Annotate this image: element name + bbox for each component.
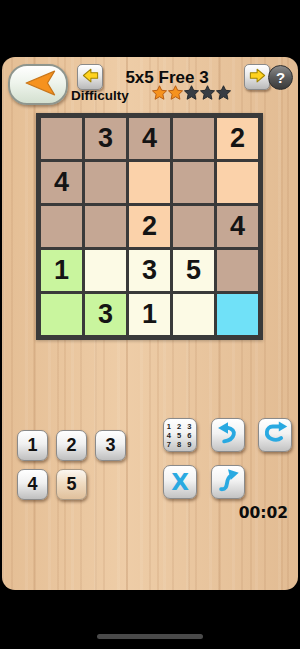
cell-r2c5[interactable] bbox=[217, 162, 258, 203]
game-panel: 5x5 Free 3 Difficulty ? 34242413531 1234… bbox=[2, 57, 298, 590]
undo-button[interactable] bbox=[211, 418, 245, 452]
redo-button[interactable] bbox=[258, 418, 292, 452]
arrow-left-icon bbox=[81, 66, 100, 89]
cell-r3c4[interactable] bbox=[173, 206, 214, 247]
cell-r4c3[interactable]: 3 bbox=[129, 250, 170, 291]
back-button[interactable] bbox=[8, 64, 68, 105]
cell-r1c2[interactable]: 3 bbox=[85, 118, 126, 159]
cell-r5c5[interactable] bbox=[217, 294, 258, 335]
cell-r3c3[interactable]: 2 bbox=[129, 206, 170, 247]
cell-r2c1[interactable]: 4 bbox=[41, 162, 82, 203]
number-button-1[interactable]: 1 bbox=[17, 430, 48, 461]
home-indicator[interactable] bbox=[97, 634, 203, 639]
cell-r4c4[interactable]: 5 bbox=[173, 250, 214, 291]
erase-button[interactable]: X bbox=[163, 465, 197, 499]
pencil-row: 7 8 9 bbox=[167, 440, 194, 449]
undo-icon bbox=[215, 420, 241, 450]
cell-r4c5[interactable] bbox=[217, 250, 258, 291]
cell-r2c3[interactable] bbox=[129, 162, 170, 203]
number-button-4[interactable]: 4 bbox=[17, 469, 48, 500]
cell-r4c1[interactable]: 1 bbox=[41, 250, 82, 291]
cell-r3c1[interactable] bbox=[41, 206, 82, 247]
arrow-right-icon bbox=[248, 66, 267, 89]
cell-r1c1[interactable] bbox=[41, 118, 82, 159]
number-button-5[interactable]: 5 bbox=[56, 469, 87, 500]
star-filled-icon bbox=[152, 85, 167, 104]
cell-r2c4[interactable] bbox=[173, 162, 214, 203]
cell-r3c2[interactable] bbox=[85, 206, 126, 247]
cell-r5c4[interactable] bbox=[173, 294, 214, 335]
redo-icon bbox=[262, 420, 288, 450]
prev-puzzle-button[interactable] bbox=[77, 64, 103, 90]
star-filled-icon bbox=[168, 85, 183, 104]
cell-r5c3[interactable]: 1 bbox=[129, 294, 170, 335]
sudoku-board: 34242413531 bbox=[36, 113, 263, 340]
difficulty-stars bbox=[152, 85, 231, 104]
cell-r4c2[interactable] bbox=[85, 250, 126, 291]
cell-r1c3[interactable]: 4 bbox=[129, 118, 170, 159]
difficulty-label: Difficulty bbox=[71, 88, 129, 103]
cell-r5c2[interactable]: 3 bbox=[85, 294, 126, 335]
number-button-3[interactable]: 3 bbox=[95, 430, 126, 461]
back-arrow-icon bbox=[17, 68, 59, 102]
pencil-row: 1 2 3 bbox=[167, 422, 194, 431]
cell-r1c4[interactable] bbox=[173, 118, 214, 159]
cell-r2c2[interactable] bbox=[85, 162, 126, 203]
x-icon: X bbox=[171, 469, 189, 495]
star-empty-icon bbox=[200, 85, 215, 104]
phone-screen: 5x5 Free 3 Difficulty ? 34242413531 1234… bbox=[0, 0, 300, 649]
timer: 00:02 bbox=[239, 504, 288, 522]
hint-button[interactable] bbox=[211, 465, 245, 499]
star-empty-icon bbox=[216, 85, 231, 104]
pencil-marks-button[interactable]: 1 2 3 4 5 6 7 8 9 bbox=[163, 418, 197, 452]
cell-r5c1[interactable] bbox=[41, 294, 82, 335]
curved-arrow-icon bbox=[215, 467, 241, 497]
cell-r1c5[interactable]: 2 bbox=[217, 118, 258, 159]
cell-r3c5[interactable]: 4 bbox=[217, 206, 258, 247]
star-empty-icon bbox=[184, 85, 199, 104]
pencil-row: 4 5 6 bbox=[167, 431, 194, 440]
number-button-2[interactable]: 2 bbox=[56, 430, 87, 461]
next-puzzle-button[interactable] bbox=[244, 64, 270, 90]
help-button[interactable]: ? bbox=[268, 65, 293, 90]
